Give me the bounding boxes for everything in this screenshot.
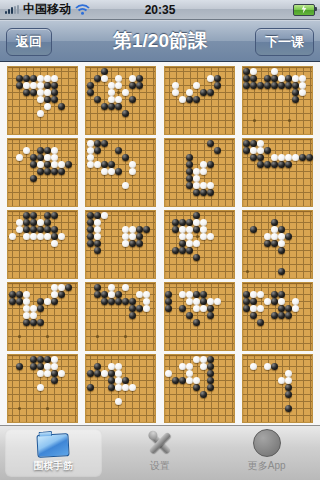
white-stone	[101, 168, 108, 175]
black-stone	[257, 82, 264, 89]
white-stone	[299, 89, 306, 96]
white-stone	[143, 298, 150, 305]
white-stone	[122, 384, 129, 391]
white-stone	[37, 75, 44, 82]
black-stone	[214, 82, 221, 89]
white-stone	[264, 298, 271, 305]
black-stone	[87, 82, 94, 89]
white-stone	[44, 363, 51, 370]
black-stone	[306, 154, 313, 161]
white-stone	[271, 233, 278, 240]
black-stone	[172, 377, 179, 384]
black-stone	[243, 68, 250, 75]
black-stone	[136, 233, 143, 240]
black-stone	[101, 298, 108, 305]
white-stone	[264, 363, 271, 370]
white-stone	[207, 298, 214, 305]
black-stone	[58, 168, 65, 175]
white-stone	[122, 284, 129, 291]
white-stone	[16, 226, 23, 233]
white-stone	[87, 161, 94, 168]
black-stone	[292, 89, 299, 96]
white-stone	[250, 68, 257, 75]
black-stone	[165, 305, 172, 312]
app-screen: 中国移动 20:35 返回 第1/20節課 下一课 围棋手筋 设置	[0, 0, 320, 480]
white-stone	[122, 89, 129, 96]
white-stone	[122, 226, 129, 233]
tab-label: 更多App	[248, 459, 286, 473]
black-stone	[101, 103, 108, 110]
black-stone	[44, 96, 51, 103]
white-stone	[30, 82, 37, 89]
black-stone	[37, 147, 44, 154]
black-stone	[271, 312, 278, 319]
go-board	[7, 210, 78, 279]
black-stone	[87, 226, 94, 233]
white-stone	[257, 305, 264, 312]
go-board-thumbnail[interactable]	[7, 138, 78, 207]
white-stone	[23, 233, 30, 240]
black-stone	[292, 82, 299, 89]
black-stone	[285, 233, 292, 240]
go-board-thumbnail[interactable]	[7, 210, 78, 279]
white-stone	[186, 89, 193, 96]
black-stone	[9, 291, 16, 298]
white-stone	[44, 75, 51, 82]
black-stone	[243, 140, 250, 147]
black-stone	[44, 219, 51, 226]
go-board-thumbnail[interactable]	[164, 66, 235, 135]
white-stone	[193, 182, 200, 189]
star-point	[246, 270, 249, 273]
white-stone	[37, 82, 44, 89]
white-stone	[58, 284, 65, 291]
black-stone	[207, 312, 214, 319]
white-stone	[200, 233, 207, 240]
white-stone	[264, 233, 271, 240]
white-stone	[44, 103, 51, 110]
black-stone	[122, 154, 129, 161]
black-stone	[44, 168, 51, 175]
black-stone	[143, 226, 150, 233]
white-stone	[179, 233, 186, 240]
white-stone	[37, 370, 44, 377]
black-stone	[271, 291, 278, 298]
black-stone	[257, 161, 264, 168]
black-stone	[165, 298, 172, 305]
white-stone	[101, 212, 108, 219]
white-stone	[129, 384, 136, 391]
go-board	[85, 66, 156, 135]
black-stone	[257, 154, 264, 161]
white-stone	[58, 233, 65, 240]
black-stone	[243, 298, 250, 305]
white-stone	[37, 384, 44, 391]
circle-icon	[253, 429, 281, 457]
white-stone	[299, 82, 306, 89]
black-stone	[37, 356, 44, 363]
white-stone	[129, 168, 136, 175]
carrier-label: 中国移动	[23, 1, 71, 18]
black-stone	[30, 161, 37, 168]
white-stone	[285, 154, 292, 161]
black-stone	[94, 363, 101, 370]
go-board-thumbnail[interactable]	[164, 354, 235, 423]
white-stone	[87, 147, 94, 154]
white-stone	[9, 233, 16, 240]
black-stone	[243, 147, 250, 154]
black-stone	[23, 226, 30, 233]
black-stone	[207, 370, 214, 377]
go-board	[242, 282, 313, 351]
black-stone	[250, 154, 257, 161]
black-stone	[122, 110, 129, 117]
black-stone	[200, 189, 207, 196]
black-stone	[285, 312, 292, 319]
tab-bar: 围棋手筋 设置 更多App	[0, 425, 320, 480]
white-stone	[285, 377, 292, 384]
white-stone	[108, 291, 115, 298]
black-stone	[37, 305, 44, 312]
black-stone	[44, 356, 51, 363]
white-stone	[87, 154, 94, 161]
go-board	[7, 354, 78, 423]
black-stone	[94, 147, 101, 154]
black-stone	[129, 305, 136, 312]
white-stone	[186, 363, 193, 370]
black-stone	[207, 140, 214, 147]
tab-label: 围棋手筋	[33, 459, 73, 473]
white-stone	[30, 233, 37, 240]
tab-settings[interactable]: 设置	[112, 429, 209, 477]
go-board	[7, 138, 78, 207]
black-stone	[122, 298, 129, 305]
black-stone	[207, 305, 214, 312]
white-stone	[44, 298, 51, 305]
white-stone	[115, 384, 122, 391]
white-stone	[94, 161, 101, 168]
white-stone	[200, 182, 207, 189]
white-stone	[51, 154, 58, 161]
black-stone	[101, 68, 108, 75]
black-stone	[30, 319, 37, 326]
white-stone	[87, 140, 94, 147]
white-stone	[129, 75, 136, 82]
black-stone	[94, 212, 101, 219]
black-stone	[65, 284, 72, 291]
white-stone	[292, 75, 299, 82]
white-stone	[207, 75, 214, 82]
black-stone	[65, 161, 72, 168]
white-stone	[51, 363, 58, 370]
star-point	[288, 119, 291, 122]
black-stone	[271, 240, 278, 247]
white-stone	[44, 370, 51, 377]
white-stone	[285, 370, 292, 377]
star-point	[117, 91, 120, 94]
white-stone	[129, 226, 136, 233]
black-stone	[87, 219, 94, 226]
black-stone	[87, 212, 94, 219]
white-stone	[250, 147, 257, 154]
white-stone	[108, 96, 115, 103]
black-stone	[136, 305, 143, 312]
black-stone	[207, 356, 214, 363]
go-board-thumbnail[interactable]	[242, 138, 313, 207]
black-stone	[186, 168, 193, 175]
white-stone	[278, 377, 285, 384]
go-board-thumbnail[interactable]	[85, 282, 156, 351]
lesson-thumbnail-grid	[0, 63, 320, 425]
star-point	[18, 407, 21, 410]
white-stone	[115, 96, 122, 103]
back-button[interactable]: 返回	[6, 28, 52, 56]
white-stone	[193, 219, 200, 226]
black-stone	[16, 291, 23, 298]
black-stone	[129, 298, 136, 305]
star-point	[18, 335, 21, 338]
black-stone	[136, 82, 143, 89]
go-board	[164, 66, 235, 135]
star-point	[46, 335, 49, 338]
black-stone	[115, 291, 122, 298]
black-stone	[108, 103, 115, 110]
black-stone	[37, 363, 44, 370]
go-board-thumbnail[interactable]	[7, 282, 78, 351]
black-stone	[200, 391, 207, 398]
white-stone	[37, 96, 44, 103]
go-board-thumbnail[interactable]	[85, 354, 156, 423]
black-stone	[37, 154, 44, 161]
black-stone	[94, 96, 101, 103]
black-stone	[278, 291, 285, 298]
go-board-thumbnail[interactable]	[7, 354, 78, 423]
black-stone	[37, 298, 44, 305]
go-board-thumbnail[interactable]	[164, 138, 235, 207]
black-stone	[30, 219, 37, 226]
black-stone	[51, 82, 58, 89]
white-stone	[186, 240, 193, 247]
next-lesson-button[interactable]: 下一课	[255, 28, 314, 56]
black-stone	[30, 226, 37, 233]
white-stone	[250, 363, 257, 370]
white-stone	[37, 89, 44, 96]
black-stone	[115, 103, 122, 110]
black-stone	[30, 212, 37, 219]
black-stone	[136, 75, 143, 82]
white-stone	[44, 233, 51, 240]
white-stone	[108, 89, 115, 96]
go-board-thumbnail[interactable]	[7, 66, 78, 135]
black-stone	[179, 219, 186, 226]
black-stone	[30, 363, 37, 370]
black-stone	[214, 147, 221, 154]
white-stone	[193, 298, 200, 305]
white-stone	[179, 363, 186, 370]
white-stone	[51, 356, 58, 363]
white-stone	[278, 298, 285, 305]
white-stone	[44, 154, 51, 161]
black-stone	[186, 182, 193, 189]
white-stone	[115, 363, 122, 370]
black-stone	[278, 82, 285, 89]
black-stone	[250, 82, 257, 89]
star-point	[46, 407, 49, 410]
white-stone	[30, 312, 37, 319]
black-stone	[23, 319, 30, 326]
black-stone	[129, 82, 136, 89]
black-stone	[207, 363, 214, 370]
go-board-thumbnail[interactable]	[85, 138, 156, 207]
black-stone	[186, 247, 193, 254]
tools-icon	[145, 429, 175, 457]
go-board-thumbnail[interactable]	[242, 66, 313, 135]
white-stone	[23, 82, 30, 89]
go-board-thumbnail[interactable]	[85, 66, 156, 135]
white-stone	[30, 305, 37, 312]
white-stone	[250, 305, 257, 312]
black-stone	[51, 96, 58, 103]
black-stone	[179, 377, 186, 384]
white-stone	[58, 370, 65, 377]
black-stone	[257, 319, 264, 326]
black-stone	[51, 298, 58, 305]
white-stone	[94, 226, 101, 233]
black-stone	[264, 161, 271, 168]
black-stone	[115, 168, 122, 175]
black-stone	[193, 384, 200, 391]
white-stone	[278, 154, 285, 161]
black-stone	[207, 161, 214, 168]
white-stone	[200, 363, 207, 370]
go-board	[242, 210, 313, 279]
go-board-thumbnail[interactable]	[164, 282, 235, 351]
black-stone	[101, 140, 108, 147]
white-stone	[292, 298, 299, 305]
white-stone	[278, 240, 285, 247]
black-stone	[264, 147, 271, 154]
black-stone	[87, 370, 94, 377]
white-stone	[200, 168, 207, 175]
black-stone	[87, 240, 94, 247]
black-stone	[193, 291, 200, 298]
black-stone	[136, 240, 143, 247]
go-board-thumbnail[interactable]	[242, 354, 313, 423]
black-stone	[271, 75, 278, 82]
battery-charging-icon	[293, 4, 315, 16]
white-stone	[122, 182, 129, 189]
black-stone	[186, 161, 193, 168]
white-stone	[108, 82, 115, 89]
black-stone	[51, 226, 58, 233]
black-stone	[101, 161, 108, 168]
black-stone	[271, 161, 278, 168]
status-bar: 中国移动 20:35	[0, 0, 320, 20]
white-stone	[51, 147, 58, 154]
black-stone	[278, 312, 285, 319]
go-board-thumbnail[interactable]	[164, 210, 235, 279]
white-stone	[136, 291, 143, 298]
black-stone	[129, 96, 136, 103]
white-stone	[122, 240, 129, 247]
black-stone	[186, 96, 193, 103]
white-stone	[292, 154, 299, 161]
black-stone	[23, 212, 30, 219]
white-stone	[44, 89, 51, 96]
black-stone	[172, 247, 179, 254]
black-stone	[292, 96, 299, 103]
black-stone	[51, 168, 58, 175]
black-stone	[30, 154, 37, 161]
black-stone	[271, 82, 278, 89]
black-stone	[278, 161, 285, 168]
black-stone	[108, 377, 115, 384]
black-stone	[129, 312, 136, 319]
white-stone	[271, 154, 278, 161]
black-stone	[207, 89, 214, 96]
white-stone	[51, 240, 58, 247]
black-stone	[30, 356, 37, 363]
tab-more-apps[interactable]: 更多App	[218, 429, 315, 477]
go-board	[164, 138, 235, 207]
white-stone	[292, 305, 299, 312]
go-board	[164, 354, 235, 423]
go-board	[85, 354, 156, 423]
black-stone	[193, 212, 200, 219]
go-board-thumbnail[interactable]	[242, 210, 313, 279]
go-board	[85, 138, 156, 207]
black-stone	[44, 212, 51, 219]
black-stone	[108, 384, 115, 391]
black-stone	[193, 254, 200, 261]
white-stone	[51, 161, 58, 168]
black-stone	[58, 291, 65, 298]
tab-tesuji[interactable]: 围棋手筋	[5, 429, 102, 477]
black-stone	[16, 298, 23, 305]
signal-bars-icon	[5, 5, 19, 14]
black-stone	[23, 219, 30, 226]
black-stone	[186, 312, 193, 319]
black-stone	[243, 82, 250, 89]
black-stone	[30, 75, 37, 82]
go-board	[242, 138, 313, 207]
star-point	[96, 335, 99, 338]
white-stone	[129, 161, 136, 168]
white-stone	[200, 226, 207, 233]
black-stone	[207, 377, 214, 384]
black-stone	[51, 233, 58, 240]
black-stone	[115, 147, 122, 154]
white-stone	[179, 291, 186, 298]
white-stone	[101, 75, 108, 82]
white-stone	[186, 370, 193, 377]
go-board-thumbnail[interactable]	[85, 210, 156, 279]
black-stone	[94, 284, 101, 291]
black-stone	[165, 291, 172, 298]
white-stone	[108, 168, 115, 175]
black-stone	[285, 384, 292, 391]
black-stone	[278, 226, 285, 233]
go-board-thumbnail[interactable]	[242, 282, 313, 351]
go-board	[164, 210, 235, 279]
white-stone	[23, 147, 30, 154]
white-stone	[143, 291, 150, 298]
white-stone	[207, 182, 214, 189]
go-board	[7, 282, 78, 351]
white-stone	[23, 291, 30, 298]
black-stone	[250, 226, 257, 233]
black-stone	[44, 161, 51, 168]
